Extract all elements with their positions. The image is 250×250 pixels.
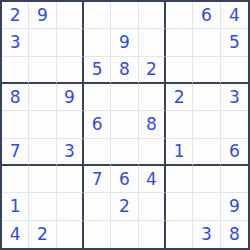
cell-r4c5[interactable] xyxy=(111,84,138,111)
cell-r2c2[interactable] xyxy=(29,29,56,56)
cell-r5c2[interactable] xyxy=(29,111,56,138)
cell-r3c6[interactable]: 2 xyxy=(139,57,166,84)
cell-r1c1[interactable]: 2 xyxy=(2,2,29,29)
cell-r3c9[interactable] xyxy=(221,57,248,84)
cell-r7c6[interactable]: 4 xyxy=(139,166,166,193)
cell-r8c3[interactable] xyxy=(57,193,84,220)
cell-r2c9[interactable]: 5 xyxy=(221,29,248,56)
cell-r1c5[interactable] xyxy=(111,2,138,29)
cell-r7c9[interactable] xyxy=(221,166,248,193)
cell-r4c7[interactable]: 2 xyxy=(166,84,193,111)
cell-r4c1[interactable]: 8 xyxy=(2,84,29,111)
cell-r9c1[interactable]: 4 xyxy=(2,221,29,248)
cell-r3c5[interactable]: 8 xyxy=(111,57,138,84)
cell-r7c5[interactable]: 6 xyxy=(111,166,138,193)
cell-r2c5[interactable]: 9 xyxy=(111,29,138,56)
cell-r5c9[interactable] xyxy=(221,111,248,138)
cell-r9c8[interactable]: 3 xyxy=(193,221,220,248)
cell-r5c4[interactable]: 6 xyxy=(84,111,111,138)
cell-r6c6[interactable] xyxy=(139,139,166,166)
cell-r9c6[interactable] xyxy=(139,221,166,248)
cell-r6c4[interactable] xyxy=(84,139,111,166)
cell-r9c9[interactable]: 8 xyxy=(221,221,248,248)
cell-r1c9[interactable]: 4 xyxy=(221,2,248,29)
cell-r2c1[interactable]: 3 xyxy=(2,29,29,56)
cell-r6c1[interactable]: 7 xyxy=(2,139,29,166)
cell-r7c1[interactable] xyxy=(2,166,29,193)
cell-r3c4[interactable]: 5 xyxy=(84,57,111,84)
sudoku-board: 296439558289236873167641294238 xyxy=(0,0,250,250)
cell-r3c8[interactable] xyxy=(193,57,220,84)
cell-r1c2[interactable]: 9 xyxy=(29,2,56,29)
cell-r9c5[interactable] xyxy=(111,221,138,248)
cell-r3c7[interactable] xyxy=(166,57,193,84)
cell-r2c6[interactable] xyxy=(139,29,166,56)
cell-r5c6[interactable]: 8 xyxy=(139,111,166,138)
cell-r1c8[interactable]: 6 xyxy=(193,2,220,29)
cell-r4c2[interactable] xyxy=(29,84,56,111)
cell-r6c9[interactable]: 6 xyxy=(221,139,248,166)
cell-r3c1[interactable] xyxy=(2,57,29,84)
cell-r4c6[interactable] xyxy=(139,84,166,111)
cell-r6c3[interactable]: 3 xyxy=(57,139,84,166)
cell-r8c9[interactable]: 9 xyxy=(221,193,248,220)
cell-r8c7[interactable] xyxy=(166,193,193,220)
cell-r8c4[interactable] xyxy=(84,193,111,220)
cell-r2c3[interactable] xyxy=(57,29,84,56)
cell-r1c3[interactable] xyxy=(57,2,84,29)
cell-r4c3[interactable]: 9 xyxy=(57,84,84,111)
cell-r7c8[interactable] xyxy=(193,166,220,193)
cell-r9c7[interactable] xyxy=(166,221,193,248)
cell-r8c5[interactable]: 2 xyxy=(111,193,138,220)
cell-r4c8[interactable] xyxy=(193,84,220,111)
cell-r9c2[interactable]: 2 xyxy=(29,221,56,248)
cell-r9c4[interactable] xyxy=(84,221,111,248)
cell-r6c5[interactable] xyxy=(111,139,138,166)
cell-r5c8[interactable] xyxy=(193,111,220,138)
cell-r5c1[interactable] xyxy=(2,111,29,138)
cell-r7c2[interactable] xyxy=(29,166,56,193)
cell-r1c6[interactable] xyxy=(139,2,166,29)
cell-r9c3[interactable] xyxy=(57,221,84,248)
cell-r1c4[interactable] xyxy=(84,2,111,29)
cell-r6c8[interactable] xyxy=(193,139,220,166)
cell-r8c6[interactable] xyxy=(139,193,166,220)
cell-r5c3[interactable] xyxy=(57,111,84,138)
cell-r8c1[interactable]: 1 xyxy=(2,193,29,220)
cell-r8c8[interactable] xyxy=(193,193,220,220)
cell-r6c2[interactable] xyxy=(29,139,56,166)
cell-r4c9[interactable]: 3 xyxy=(221,84,248,111)
cell-r6c7[interactable]: 1 xyxy=(166,139,193,166)
cell-r2c7[interactable] xyxy=(166,29,193,56)
cell-r5c5[interactable] xyxy=(111,111,138,138)
cell-r8c2[interactable] xyxy=(29,193,56,220)
cell-r2c8[interactable] xyxy=(193,29,220,56)
cell-r4c4[interactable] xyxy=(84,84,111,111)
cell-r5c7[interactable] xyxy=(166,111,193,138)
cell-r3c2[interactable] xyxy=(29,57,56,84)
cell-r2c4[interactable] xyxy=(84,29,111,56)
cell-r1c7[interactable] xyxy=(166,2,193,29)
cell-r7c4[interactable]: 7 xyxy=(84,166,111,193)
cell-r7c3[interactable] xyxy=(57,166,84,193)
cell-r7c7[interactable] xyxy=(166,166,193,193)
cell-r3c3[interactable] xyxy=(57,57,84,84)
